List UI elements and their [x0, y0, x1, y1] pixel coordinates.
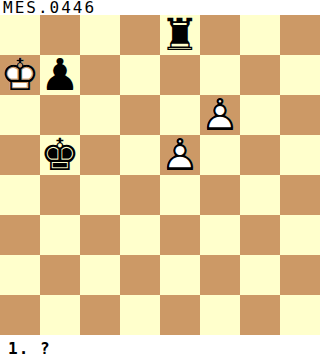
square-c4[interactable]	[80, 175, 120, 215]
square-a7[interactable]: ♚♔	[0, 55, 40, 95]
square-h4[interactable]	[280, 175, 320, 215]
square-b3[interactable]	[40, 215, 80, 255]
square-h7[interactable]	[280, 55, 320, 95]
square-d5[interactable]	[120, 135, 160, 175]
footer-bar: 1. ?	[0, 335, 320, 360]
square-f2[interactable]	[200, 255, 240, 295]
square-b7[interactable]: ♟	[40, 55, 80, 95]
square-d7[interactable]	[120, 55, 160, 95]
chess-puzzle-window: MES.0446 ♜♚♔♟♟♙♚♟♙ 1. ?	[0, 0, 320, 360]
square-h3[interactable]	[280, 215, 320, 255]
square-e3[interactable]	[160, 215, 200, 255]
square-b1[interactable]	[40, 295, 80, 335]
square-a5[interactable]	[0, 135, 40, 175]
square-g3[interactable]	[240, 215, 280, 255]
square-d1[interactable]	[120, 295, 160, 335]
square-d3[interactable]	[120, 215, 160, 255]
square-a2[interactable]	[0, 255, 40, 295]
square-d8[interactable]	[120, 15, 160, 55]
square-b5[interactable]: ♚	[40, 135, 80, 175]
square-g4[interactable]	[240, 175, 280, 215]
square-d4[interactable]	[120, 175, 160, 215]
piece-white-pawn: ♟♙	[200, 95, 240, 135]
square-e1[interactable]	[160, 295, 200, 335]
square-e5[interactable]: ♟♙	[160, 135, 200, 175]
square-e2[interactable]	[160, 255, 200, 295]
square-h2[interactable]	[280, 255, 320, 295]
square-e7[interactable]	[160, 55, 200, 95]
chess-board: ♜♚♔♟♟♙♚♟♙	[0, 15, 320, 335]
square-c8[interactable]	[80, 15, 120, 55]
square-g5[interactable]	[240, 135, 280, 175]
square-g2[interactable]	[240, 255, 280, 295]
square-a1[interactable]	[0, 295, 40, 335]
square-e4[interactable]	[160, 175, 200, 215]
square-f5[interactable]	[200, 135, 240, 175]
white-king-outline-glyph: ♔	[0, 55, 40, 95]
square-c6[interactable]	[80, 95, 120, 135]
square-f6[interactable]: ♟♙	[200, 95, 240, 135]
square-g7[interactable]	[240, 55, 280, 95]
square-f4[interactable]	[200, 175, 240, 215]
square-b4[interactable]	[40, 175, 80, 215]
move-prompt-label: 1. ?	[0, 335, 51, 360]
black-king-glyph: ♚	[40, 135, 80, 175]
square-c2[interactable]	[80, 255, 120, 295]
square-c7[interactable]	[80, 55, 120, 95]
square-b2[interactable]	[40, 255, 80, 295]
white-pawn-outline-glyph: ♙	[200, 95, 240, 135]
square-g6[interactable]	[240, 95, 280, 135]
white-pawn-outline-glyph: ♙	[160, 135, 200, 175]
square-d2[interactable]	[120, 255, 160, 295]
square-h5[interactable]	[280, 135, 320, 175]
square-g8[interactable]	[240, 15, 280, 55]
black-pawn-glyph: ♟	[40, 55, 80, 95]
square-a4[interactable]	[0, 175, 40, 215]
square-c1[interactable]	[80, 295, 120, 335]
square-e8[interactable]: ♜	[160, 15, 200, 55]
piece-white-king: ♚♔	[0, 55, 40, 95]
square-a3[interactable]	[0, 215, 40, 255]
square-f3[interactable]	[200, 215, 240, 255]
piece-black-pawn: ♟	[40, 55, 80, 95]
square-h6[interactable]	[280, 95, 320, 135]
square-d6[interactable]	[120, 95, 160, 135]
piece-white-pawn: ♟♙	[160, 135, 200, 175]
square-c5[interactable]	[80, 135, 120, 175]
square-h8[interactable]	[280, 15, 320, 55]
piece-black-king: ♚	[40, 135, 80, 175]
square-a6[interactable]	[0, 95, 40, 135]
square-g1[interactable]	[240, 295, 280, 335]
square-c3[interactable]	[80, 215, 120, 255]
square-f8[interactable]	[200, 15, 240, 55]
piece-black-rook: ♜	[160, 15, 200, 55]
square-f1[interactable]	[200, 295, 240, 335]
square-h1[interactable]	[280, 295, 320, 335]
puzzle-id-label: MES.0446	[0, 0, 96, 15]
black-rook-glyph: ♜	[160, 15, 200, 55]
